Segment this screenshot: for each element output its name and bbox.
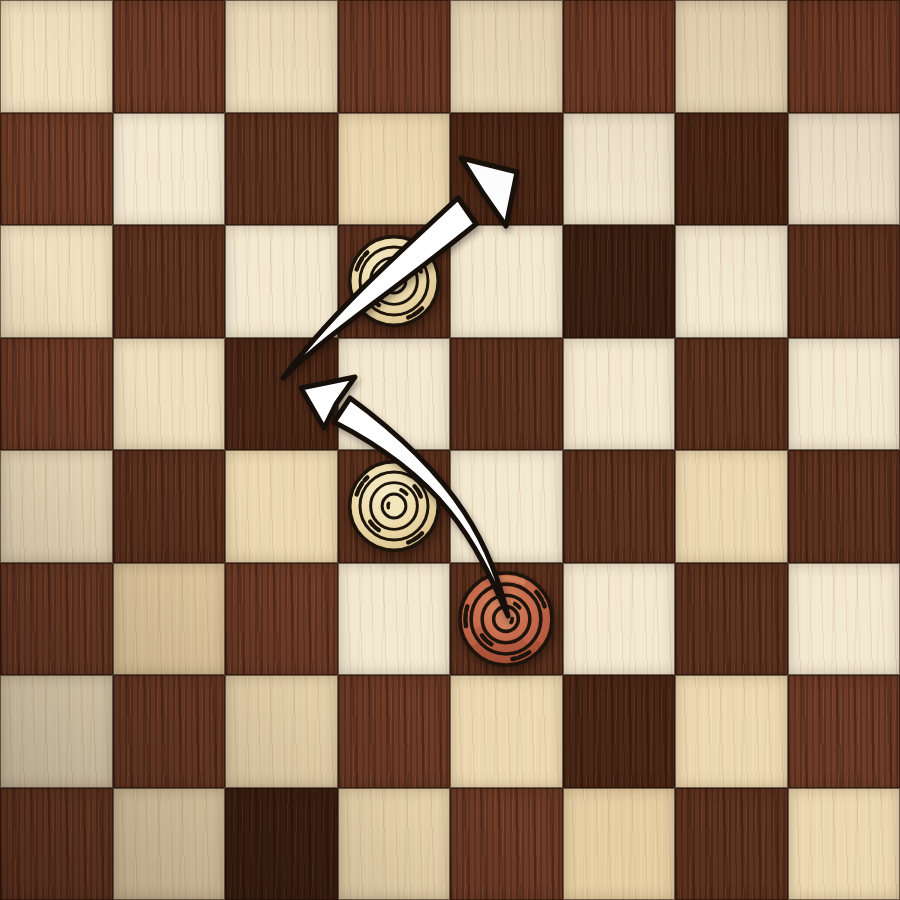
square-b5[interactable] — [113, 338, 226, 451]
square-h1[interactable] — [788, 788, 900, 900]
square-a7[interactable] — [0, 113, 113, 226]
square-b6[interactable] — [113, 225, 226, 338]
checker-white-d4[interactable] — [343, 455, 445, 557]
square-h2[interactable] — [788, 675, 900, 788]
square-f1[interactable] — [563, 788, 676, 900]
square-b3[interactable] — [113, 563, 226, 676]
checker-white-d6[interactable] — [343, 230, 445, 332]
square-c6[interactable] — [225, 225, 338, 338]
square-b1[interactable] — [113, 788, 226, 900]
square-g5[interactable] — [675, 338, 788, 451]
square-g4[interactable] — [675, 450, 788, 563]
square-d8[interactable] — [338, 0, 451, 113]
square-d5[interactable] — [338, 338, 451, 451]
square-e2[interactable] — [450, 675, 563, 788]
square-e8[interactable] — [450, 0, 563, 113]
square-d2[interactable] — [338, 675, 451, 788]
square-g8[interactable] — [675, 0, 788, 113]
square-e5[interactable] — [450, 338, 563, 451]
square-a4[interactable] — [0, 450, 113, 563]
square-h5[interactable] — [788, 338, 900, 451]
square-f4[interactable] — [563, 450, 676, 563]
square-b7[interactable] — [113, 113, 226, 226]
square-b2[interactable] — [113, 675, 226, 788]
square-d7[interactable] — [338, 113, 451, 226]
square-f5[interactable] — [563, 338, 676, 451]
square-f3[interactable] — [563, 563, 676, 676]
square-f7[interactable] — [563, 113, 676, 226]
square-h6[interactable] — [788, 225, 900, 338]
square-a3[interactable] — [0, 563, 113, 676]
square-a6[interactable] — [0, 225, 113, 338]
square-f8[interactable] — [563, 0, 676, 113]
square-e4[interactable] — [450, 450, 563, 563]
checkers-board-photo — [0, 0, 900, 900]
checkers-board — [0, 0, 900, 900]
square-g3[interactable] — [675, 563, 788, 676]
square-h4[interactable] — [788, 450, 900, 563]
square-f6[interactable] — [563, 225, 676, 338]
square-g2[interactable] — [675, 675, 788, 788]
square-c7[interactable] — [225, 113, 338, 226]
square-f2[interactable] — [563, 675, 676, 788]
square-d3[interactable] — [338, 563, 451, 676]
square-c8[interactable] — [225, 0, 338, 113]
square-h7[interactable] — [788, 113, 900, 226]
square-a2[interactable] — [0, 675, 113, 788]
square-a8[interactable] — [0, 0, 113, 113]
square-e6[interactable] — [450, 225, 563, 338]
square-a5[interactable] — [0, 338, 113, 451]
square-g7[interactable] — [675, 113, 788, 226]
square-c4[interactable] — [225, 450, 338, 563]
square-e1[interactable] — [450, 788, 563, 900]
square-b4[interactable] — [113, 450, 226, 563]
square-c2[interactable] — [225, 675, 338, 788]
square-c3[interactable] — [225, 563, 338, 676]
square-e7[interactable] — [450, 113, 563, 226]
square-h8[interactable] — [788, 0, 900, 113]
square-d1[interactable] — [338, 788, 451, 900]
square-g6[interactable] — [675, 225, 788, 338]
checker-red-e3[interactable] — [453, 566, 559, 672]
square-h3[interactable] — [788, 563, 900, 676]
square-c1[interactable] — [225, 788, 338, 900]
square-g1[interactable] — [675, 788, 788, 900]
square-a1[interactable] — [0, 788, 113, 900]
square-b8[interactable] — [113, 0, 226, 113]
square-c5[interactable] — [225, 338, 338, 451]
